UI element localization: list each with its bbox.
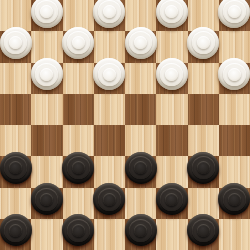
square-d1[interactable] bbox=[94, 219, 125, 250]
black-piece-a3[interactable] bbox=[0, 152, 32, 184]
square-f1[interactable] bbox=[156, 219, 187, 250]
black-piece-c3[interactable] bbox=[62, 152, 94, 184]
square-d4[interactable] bbox=[94, 125, 125, 156]
square-f4[interactable] bbox=[156, 125, 187, 156]
white-piece-f6[interactable] bbox=[156, 58, 188, 90]
white-piece-b8[interactable] bbox=[31, 0, 63, 28]
square-g5[interactable] bbox=[188, 94, 219, 125]
square-a5[interactable] bbox=[0, 94, 31, 125]
black-piece-b2[interactable] bbox=[31, 183, 63, 215]
white-piece-g7[interactable] bbox=[187, 27, 219, 59]
square-h5[interactable] bbox=[219, 94, 250, 125]
square-a6[interactable] bbox=[0, 63, 31, 94]
square-h1[interactable] bbox=[219, 219, 250, 250]
black-piece-e1[interactable] bbox=[125, 214, 157, 246]
square-b1[interactable] bbox=[31, 219, 62, 250]
white-piece-c7[interactable] bbox=[62, 27, 94, 59]
black-piece-g3[interactable] bbox=[187, 152, 219, 184]
white-piece-a7[interactable] bbox=[0, 27, 32, 59]
black-piece-a1[interactable] bbox=[0, 214, 32, 246]
square-d5[interactable] bbox=[94, 94, 125, 125]
square-c6[interactable] bbox=[63, 63, 94, 94]
white-piece-f8[interactable] bbox=[156, 0, 188, 28]
white-piece-e7[interactable] bbox=[125, 27, 157, 59]
square-g6[interactable] bbox=[188, 63, 219, 94]
square-e5[interactable] bbox=[125, 94, 156, 125]
square-b5[interactable] bbox=[31, 94, 62, 125]
square-c5[interactable] bbox=[63, 94, 94, 125]
square-b4[interactable] bbox=[31, 125, 62, 156]
square-e6[interactable] bbox=[125, 63, 156, 94]
white-piece-h6[interactable] bbox=[218, 58, 250, 90]
square-f5[interactable] bbox=[156, 94, 187, 125]
square-h4[interactable] bbox=[219, 125, 250, 156]
black-piece-f2[interactable] bbox=[156, 183, 188, 215]
black-piece-h2[interactable] bbox=[218, 183, 250, 215]
black-piece-e3[interactable] bbox=[125, 152, 157, 184]
white-piece-b6[interactable] bbox=[31, 58, 63, 90]
